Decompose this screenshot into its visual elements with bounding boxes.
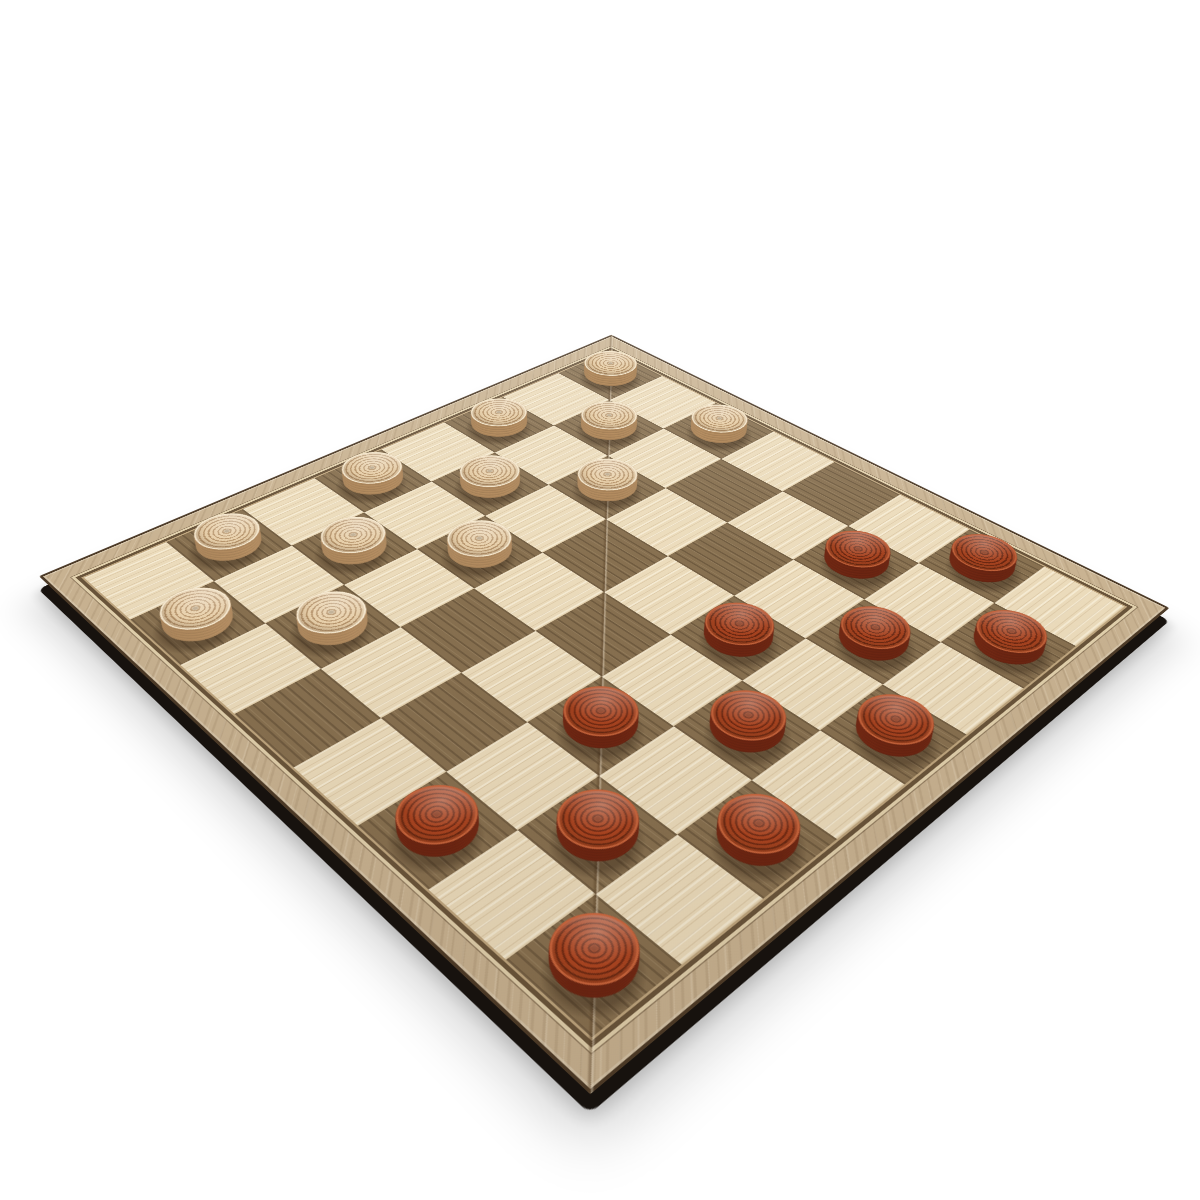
checker-light[interactable] <box>569 408 648 448</box>
checker-light[interactable] <box>435 526 525 578</box>
checker-light[interactable] <box>284 596 381 656</box>
checker-light[interactable] <box>565 464 649 509</box>
pieces-layer <box>84 351 1124 1038</box>
checker-red[interactable] <box>960 614 1057 675</box>
checker-light[interactable] <box>573 357 647 392</box>
photo-scene <box>0 0 1200 1200</box>
checker-red[interactable] <box>825 611 922 672</box>
checker-light[interactable] <box>460 405 539 445</box>
checker-red[interactable] <box>841 698 946 770</box>
checker-red[interactable] <box>694 694 799 765</box>
checker-red[interactable] <box>811 536 901 589</box>
checker-light[interactable] <box>331 458 415 503</box>
checker-red[interactable] <box>531 913 657 1016</box>
checkers-board <box>39 335 1170 1095</box>
checker-light[interactable] <box>149 592 246 652</box>
checker-light[interactable] <box>448 461 532 506</box>
checker-red[interactable] <box>540 791 655 876</box>
checker-light[interactable] <box>184 519 274 571</box>
checker-light[interactable] <box>679 411 758 451</box>
